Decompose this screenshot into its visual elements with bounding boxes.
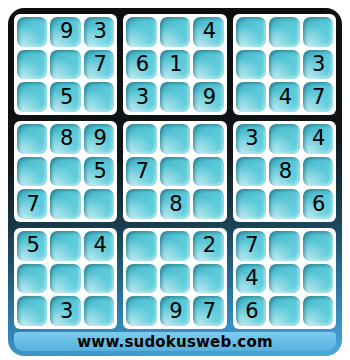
cell-r7c2[interactable] [50, 231, 80, 261]
cell-r2c2[interactable] [50, 50, 80, 80]
cell-value: 7 [134, 161, 149, 182]
cell-r7c5[interactable] [160, 231, 190, 261]
cell-value: 6 [310, 194, 325, 215]
cell-r3c9[interactable]: 7 [303, 82, 333, 112]
cell-r1c8[interactable] [269, 17, 299, 47]
cell-r7c1[interactable]: 5 [17, 231, 47, 261]
cell-r5c9[interactable] [303, 157, 333, 187]
cell-r4c9[interactable]: 4 [303, 124, 333, 154]
cell-r6c5[interactable]: 8 [160, 189, 190, 219]
cell-r3c3[interactable] [84, 82, 114, 112]
cell-value: 4 [310, 128, 325, 149]
cell-r1c9[interactable] [303, 17, 333, 47]
cell-value: 7 [25, 194, 40, 215]
cell-r5c7[interactable] [236, 157, 266, 187]
block-2-3: 3486 [233, 121, 336, 222]
cell-r6c8[interactable] [269, 189, 299, 219]
cell-r8c8[interactable] [269, 264, 299, 294]
cell-r9c8[interactable] [269, 296, 299, 326]
cell-value: 8 [167, 194, 182, 215]
cell-r5c8[interactable]: 8 [269, 157, 299, 187]
board-frame: 9375461393478957783486543297746 www.sudo… [8, 8, 342, 356]
cell-r3c2[interactable]: 5 [50, 82, 80, 112]
cell-r5c6[interactable] [193, 157, 223, 187]
cell-r8c4[interactable] [126, 264, 156, 294]
cell-r4c5[interactable] [160, 124, 190, 154]
cell-r9c6[interactable]: 7 [193, 296, 223, 326]
cell-r5c3[interactable]: 5 [84, 157, 114, 187]
block-1-1: 9375 [14, 14, 117, 115]
sudoku-board: 9375461393478957783486543297746 [14, 14, 336, 329]
cell-r9c3[interactable] [84, 296, 114, 326]
cell-r3c7[interactable] [236, 82, 266, 112]
cell-value: 7 [91, 54, 106, 75]
cell-value: 4 [243, 268, 258, 289]
cell-value: 4 [91, 235, 106, 256]
cell-r1c3[interactable]: 3 [84, 17, 114, 47]
cell-r2c5[interactable]: 1 [160, 50, 190, 80]
cell-r9c9[interactable] [303, 296, 333, 326]
cell-r8c6[interactable] [193, 264, 223, 294]
cell-value: 7 [201, 301, 216, 322]
cell-value: 5 [25, 235, 40, 256]
cell-r4c8[interactable] [269, 124, 299, 154]
cell-r2c3[interactable]: 7 [84, 50, 114, 80]
cell-value: 4 [201, 21, 216, 42]
cell-r6c3[interactable] [84, 189, 114, 219]
cell-r2c1[interactable] [17, 50, 47, 80]
cell-value: 9 [58, 21, 73, 42]
cell-value: 3 [134, 87, 149, 108]
block-3-2: 297 [123, 228, 226, 329]
cell-r3c1[interactable] [17, 82, 47, 112]
cell-r1c7[interactable] [236, 17, 266, 47]
cell-value: 9 [91, 128, 106, 149]
block-3-1: 543 [14, 228, 117, 329]
cell-value: 8 [277, 161, 292, 182]
cell-r7c3[interactable]: 4 [84, 231, 114, 261]
cell-r4c6[interactable] [193, 124, 223, 154]
cell-r7c8[interactable] [269, 231, 299, 261]
footer-bar: www.sudokusweb.com [14, 332, 336, 351]
cell-r7c7[interactable]: 7 [236, 231, 266, 261]
cell-r4c7[interactable]: 3 [236, 124, 266, 154]
cell-r8c3[interactable] [84, 264, 114, 294]
cell-r2c8[interactable] [269, 50, 299, 80]
cell-r6c4[interactable] [126, 189, 156, 219]
cell-r3c5[interactable] [160, 82, 190, 112]
cell-value: 7 [310, 87, 325, 108]
cell-r3c8[interactable]: 4 [269, 82, 299, 112]
cell-r4c4[interactable] [126, 124, 156, 154]
cell-value: 5 [58, 87, 73, 108]
cell-r8c7[interactable]: 4 [236, 264, 266, 294]
cell-r5c4[interactable]: 7 [126, 157, 156, 187]
cell-r4c2[interactable]: 8 [50, 124, 80, 154]
cell-r1c5[interactable] [160, 17, 190, 47]
block-1-3: 347 [233, 14, 336, 115]
cell-r2c4[interactable]: 6 [126, 50, 156, 80]
cell-r1c1[interactable] [17, 17, 47, 47]
cell-r7c9[interactable] [303, 231, 333, 261]
cell-r5c1[interactable] [17, 157, 47, 187]
cell-r8c2[interactable] [50, 264, 80, 294]
cell-r4c1[interactable] [17, 124, 47, 154]
cell-value: 6 [134, 54, 149, 75]
cell-value: 2 [201, 235, 216, 256]
cell-r1c6[interactable]: 4 [193, 17, 223, 47]
cell-r6c1[interactable]: 7 [17, 189, 47, 219]
cell-r3c6[interactable]: 9 [193, 82, 223, 112]
cell-r6c9[interactable]: 6 [303, 189, 333, 219]
cell-r1c4[interactable] [126, 17, 156, 47]
cell-value: 8 [58, 128, 73, 149]
cell-value: 3 [243, 128, 258, 149]
cell-r8c5[interactable] [160, 264, 190, 294]
cell-value: 3 [91, 21, 106, 42]
cell-value: 3 [310, 54, 325, 75]
cell-r9c1[interactable] [17, 296, 47, 326]
block-3-3: 746 [233, 228, 336, 329]
cell-r2c6[interactable] [193, 50, 223, 80]
block-1-2: 46139 [123, 14, 226, 115]
cell-r3c4[interactable]: 3 [126, 82, 156, 112]
cell-value: 3 [58, 301, 73, 322]
cell-r9c4[interactable] [126, 296, 156, 326]
cell-value: 7 [243, 235, 258, 256]
cell-value: 6 [243, 301, 258, 322]
cell-r4c3[interactable]: 9 [84, 124, 114, 154]
cell-r9c5[interactable]: 9 [160, 296, 190, 326]
cell-r8c9[interactable] [303, 264, 333, 294]
cell-r6c2[interactable] [50, 189, 80, 219]
cell-r6c6[interactable] [193, 189, 223, 219]
cell-value: 5 [91, 161, 106, 182]
cell-r2c7[interactable] [236, 50, 266, 80]
cell-r6c7[interactable] [236, 189, 266, 219]
cell-r7c4[interactable] [126, 231, 156, 261]
cell-r8c1[interactable] [17, 264, 47, 294]
block-2-2: 78 [123, 121, 226, 222]
cell-r9c2[interactable]: 3 [50, 296, 80, 326]
cell-r9c7[interactable]: 6 [236, 296, 266, 326]
cell-r5c2[interactable] [50, 157, 80, 187]
cell-r1c2[interactable]: 9 [50, 17, 80, 47]
cell-r2c9[interactable]: 3 [303, 50, 333, 80]
cell-value: 1 [167, 54, 182, 75]
cell-r5c5[interactable] [160, 157, 190, 187]
cell-value: 4 [277, 87, 292, 108]
cell-value: 9 [201, 87, 216, 108]
cell-value: 9 [167, 301, 182, 322]
block-2-1: 8957 [14, 121, 117, 222]
site-url: www.sudokusweb.com [77, 333, 272, 351]
cell-r7c6[interactable]: 2 [193, 231, 223, 261]
